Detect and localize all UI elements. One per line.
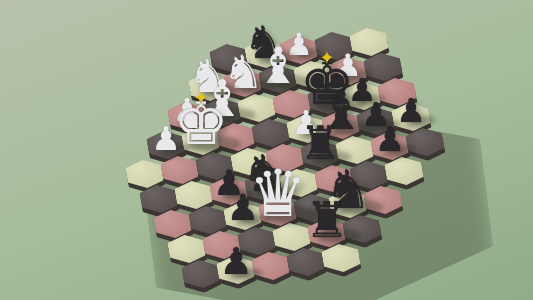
black-pawn[interactable]: ♟ bbox=[375, 122, 405, 156]
gold-crown-icon: ✦ bbox=[193, 90, 209, 109]
black-rook[interactable]: ♜ bbox=[305, 196, 349, 245]
game-scene: ♟♞♟♝♞♞♟♚✦♝♟♟♟♝♟♚✦♟♟♜♞♟♞♛♟♜♟ bbox=[0, 0, 533, 300]
black-pawn[interactable]: ♟ bbox=[227, 190, 259, 226]
hex-board: ♟♞♟♝♞♞♟♚✦♝♟♟♟♝♟♚✦♟♟♜♞♟♞♛♟♜♟ bbox=[0, 0, 533, 300]
black-pawn[interactable]: ♟ bbox=[219, 243, 252, 280]
gold-crown-icon: ✦ bbox=[319, 50, 334, 68]
white-pawn[interactable]: ♟ bbox=[151, 122, 181, 155]
pieces-layer: ♟♞♟♝♞♞♟♚✦♝♟♟♟♝♟♚✦♟♟♜♞♟♞♛♟♜♟ bbox=[0, 0, 533, 300]
